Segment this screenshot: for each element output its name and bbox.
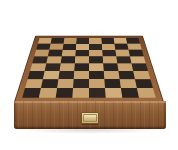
square-e5	[74, 63, 89, 71]
square-h7: ♟	[39, 88, 57, 98]
square-e3	[103, 63, 118, 71]
square-f6	[58, 71, 74, 79]
square-h1: ♜	[137, 88, 156, 98]
square-g6	[57, 79, 74, 88]
square-d6	[61, 56, 76, 63]
square-d3	[103, 56, 118, 63]
square-g5	[73, 79, 89, 88]
square-d5	[75, 56, 89, 63]
brass-latch	[81, 112, 99, 124]
square-d4	[89, 56, 103, 63]
square-h4	[89, 88, 106, 98]
square-f4	[89, 71, 104, 79]
square-e6	[59, 63, 74, 71]
square-h8: ♜	[22, 88, 41, 98]
case-shadow	[18, 127, 162, 134]
square-h3	[105, 88, 122, 98]
square-g4	[89, 79, 105, 88]
board-grid: ♜♟♟♜♞♟♟♞♝♟♟♝♛♟♟♛♚♟♟♚♝♟♟♝♞♟♟♞♜♟♟♜	[22, 38, 156, 98]
square-e4	[89, 63, 104, 71]
chess-set-product-photo: ♜♟♟♜♞♟♟♞♝♟♟♝♛♟♟♛♚♟♟♚♝♟♟♝♞♟♟♞♜♟♟♜	[0, 0, 178, 150]
square-f5	[74, 71, 89, 79]
square-h5	[72, 88, 89, 98]
square-g3	[104, 79, 121, 88]
square-h6	[56, 88, 73, 98]
square-f3	[104, 71, 120, 79]
chess-board: ♜♟♟♜♞♟♟♞♝♟♟♝♛♟♟♛♚♟♟♚♝♟♟♝♞♟♟♞♜♟♟♜	[14, 36, 164, 102]
